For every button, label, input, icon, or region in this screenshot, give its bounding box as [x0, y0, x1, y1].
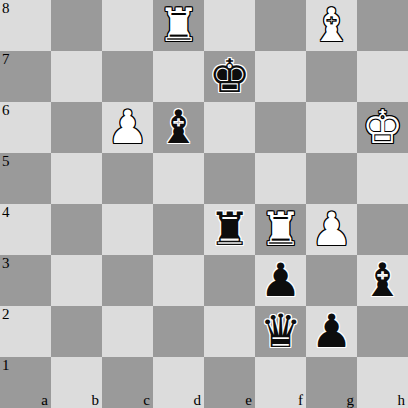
square-f7[interactable]: [255, 51, 306, 102]
file-label-b: b: [92, 393, 100, 408]
square-a3[interactable]: 3: [0, 255, 51, 306]
square-f2[interactable]: ♛: [255, 306, 306, 357]
square-b4[interactable]: [51, 204, 102, 255]
rank-label-4: 4: [2, 205, 10, 220]
square-g5[interactable]: [306, 153, 357, 204]
square-g3[interactable]: [306, 255, 357, 306]
square-e5[interactable]: [204, 153, 255, 204]
piece-black-king-e7[interactable]: ♚: [209, 51, 250, 102]
square-d4[interactable]: [153, 204, 204, 255]
square-d3[interactable]: [153, 255, 204, 306]
square-e2[interactable]: [204, 306, 255, 357]
piece-black-pawn-f3[interactable]: ♟: [260, 255, 301, 306]
square-a8[interactable]: 8: [0, 0, 51, 51]
rank-label-2: 2: [2, 307, 10, 322]
square-f4[interactable]: ♜: [255, 204, 306, 255]
piece-white-king-h6[interactable]: ♚: [362, 102, 403, 153]
square-f8[interactable]: [255, 0, 306, 51]
square-c8[interactable]: [102, 0, 153, 51]
square-d2[interactable]: [153, 306, 204, 357]
square-b1[interactable]: b: [51, 357, 102, 408]
square-d1[interactable]: d: [153, 357, 204, 408]
square-h6[interactable]: ♚: [357, 102, 408, 153]
square-g7[interactable]: [306, 51, 357, 102]
square-e4[interactable]: ♜: [204, 204, 255, 255]
square-e8[interactable]: [204, 0, 255, 51]
piece-white-pawn-c6[interactable]: ♟: [107, 102, 148, 153]
square-g4[interactable]: ♟: [306, 204, 357, 255]
square-d8[interactable]: ♜: [153, 0, 204, 51]
square-a7[interactable]: 7: [0, 51, 51, 102]
piece-black-rook-e4[interactable]: ♜: [209, 204, 250, 255]
rank-label-1: 1: [2, 358, 10, 373]
rank-label-6: 6: [2, 103, 10, 118]
square-b2[interactable]: [51, 306, 102, 357]
square-h3[interactable]: ♝: [357, 255, 408, 306]
file-label-a: a: [41, 393, 48, 408]
rank-label-3: 3: [2, 256, 10, 271]
square-c5[interactable]: [102, 153, 153, 204]
piece-black-queen-f2[interactable]: ♛: [260, 306, 301, 357]
chess-board-grid: 8♜♝7♚6♟♝♚54♜♜♟3♟♝2♛♟1abcdefgh: [0, 0, 408, 408]
square-g6[interactable]: [306, 102, 357, 153]
square-e6[interactable]: [204, 102, 255, 153]
file-label-d: d: [194, 393, 202, 408]
file-label-f: f: [298, 393, 303, 408]
square-b6[interactable]: [51, 102, 102, 153]
square-a6[interactable]: 6: [0, 102, 51, 153]
square-f6[interactable]: [255, 102, 306, 153]
square-b3[interactable]: [51, 255, 102, 306]
chess-board: 8♜♝7♚6♟♝♚54♜♜♟3♟♝2♛♟1abcdefgh: [0, 0, 408, 408]
square-d6[interactable]: ♝: [153, 102, 204, 153]
square-d7[interactable]: [153, 51, 204, 102]
square-h4[interactable]: [357, 204, 408, 255]
file-label-e: e: [245, 393, 252, 408]
square-a1[interactable]: 1a: [0, 357, 51, 408]
piece-black-pawn-g2[interactable]: ♟: [311, 306, 352, 357]
piece-white-pawn-g4[interactable]: ♟: [311, 204, 352, 255]
square-c2[interactable]: [102, 306, 153, 357]
piece-white-bishop-g8[interactable]: ♝: [311, 0, 352, 51]
square-e1[interactable]: e: [204, 357, 255, 408]
square-c3[interactable]: [102, 255, 153, 306]
file-label-h: h: [398, 393, 406, 408]
square-f5[interactable]: [255, 153, 306, 204]
square-h1[interactable]: h: [357, 357, 408, 408]
square-h8[interactable]: [357, 0, 408, 51]
piece-black-bishop-h3[interactable]: ♝: [362, 255, 403, 306]
square-d5[interactable]: [153, 153, 204, 204]
rank-label-8: 8: [2, 1, 10, 16]
square-b7[interactable]: [51, 51, 102, 102]
square-c6[interactable]: ♟: [102, 102, 153, 153]
piece-white-rook-f4[interactable]: ♜: [260, 204, 301, 255]
square-a4[interactable]: 4: [0, 204, 51, 255]
square-h2[interactable]: [357, 306, 408, 357]
square-e3[interactable]: [204, 255, 255, 306]
square-b8[interactable]: [51, 0, 102, 51]
square-c4[interactable]: [102, 204, 153, 255]
square-c1[interactable]: c: [102, 357, 153, 408]
rank-label-7: 7: [2, 52, 10, 67]
square-f3[interactable]: ♟: [255, 255, 306, 306]
square-f1[interactable]: f: [255, 357, 306, 408]
square-g1[interactable]: g: [306, 357, 357, 408]
square-g8[interactable]: ♝: [306, 0, 357, 51]
file-label-c: c: [143, 393, 150, 408]
piece-white-rook-d8[interactable]: ♜: [158, 0, 199, 51]
file-label-g: g: [347, 393, 355, 408]
square-c7[interactable]: [102, 51, 153, 102]
square-h5[interactable]: [357, 153, 408, 204]
square-g2[interactable]: ♟: [306, 306, 357, 357]
square-a2[interactable]: 2: [0, 306, 51, 357]
square-a5[interactable]: 5: [0, 153, 51, 204]
square-h7[interactable]: [357, 51, 408, 102]
square-b5[interactable]: [51, 153, 102, 204]
piece-black-bishop-d6[interactable]: ♝: [158, 102, 199, 153]
square-e7[interactable]: ♚: [204, 51, 255, 102]
rank-label-5: 5: [2, 154, 10, 169]
